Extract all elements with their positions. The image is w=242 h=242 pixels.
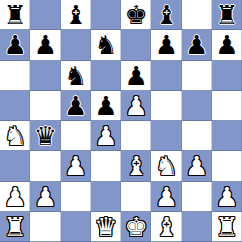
- square-b4[interactable]: ♛: [30, 121, 60, 151]
- square-e1[interactable]: ♚: [121, 212, 151, 242]
- piece-white-pawn[interactable]: ♟: [64, 151, 87, 181]
- square-f6[interactable]: [151, 61, 181, 91]
- square-a4[interactable]: ♞: [0, 121, 30, 151]
- square-g7[interactable]: ♟: [182, 30, 212, 60]
- square-c6[interactable]: ♞: [61, 61, 91, 91]
- square-b7[interactable]: ♟: [30, 30, 60, 60]
- square-g5[interactable]: [182, 91, 212, 121]
- square-b6[interactable]: [30, 61, 60, 91]
- piece-black-knight[interactable]: ♞: [64, 61, 87, 91]
- square-b2[interactable]: ♟: [30, 182, 60, 212]
- square-h6[interactable]: [212, 61, 242, 91]
- square-h7[interactable]: ♟: [212, 30, 242, 60]
- square-g3[interactable]: ♟: [182, 151, 212, 181]
- piece-white-pawn[interactable]: ♟: [185, 151, 208, 181]
- square-a5[interactable]: [0, 91, 30, 121]
- piece-black-pawn[interactable]: ♟: [3, 30, 26, 60]
- piece-black-pawn[interactable]: ♟: [34, 30, 57, 60]
- piece-white-pawn[interactable]: ♟: [124, 91, 147, 121]
- square-b3[interactable]: [30, 151, 60, 181]
- square-d3[interactable]: [91, 151, 121, 181]
- square-e4[interactable]: [121, 121, 151, 151]
- square-a2[interactable]: ♟: [0, 182, 30, 212]
- square-h3[interactable]: [212, 151, 242, 181]
- piece-white-pawn[interactable]: ♟: [3, 182, 26, 212]
- piece-black-pawn[interactable]: ♟: [124, 61, 147, 91]
- square-f4[interactable]: [151, 121, 181, 151]
- piece-black-bishop[interactable]: ♝: [155, 0, 178, 30]
- piece-white-pawn[interactable]: ♟: [155, 182, 178, 212]
- piece-black-pawn[interactable]: ♟: [64, 91, 87, 121]
- square-h5[interactable]: [212, 91, 242, 121]
- square-f2[interactable]: ♟: [151, 182, 181, 212]
- piece-white-knight[interactable]: ♞: [155, 151, 178, 181]
- square-d6[interactable]: [91, 61, 121, 91]
- square-b5[interactable]: [30, 91, 60, 121]
- square-b1[interactable]: [30, 212, 60, 242]
- square-h2[interactable]: ♟: [212, 182, 242, 212]
- piece-black-king[interactable]: ♚: [124, 0, 147, 30]
- square-f3[interactable]: ♞: [151, 151, 181, 181]
- square-a1[interactable]: ♜: [0, 212, 30, 242]
- square-d1[interactable]: ♛: [91, 212, 121, 242]
- square-d7[interactable]: ♞: [91, 30, 121, 60]
- piece-black-bishop[interactable]: ♝: [64, 0, 87, 30]
- square-h1[interactable]: ♜: [212, 212, 242, 242]
- piece-white-bishop[interactable]: ♝: [155, 212, 178, 242]
- piece-black-queen[interactable]: ♛: [34, 121, 57, 151]
- square-e7[interactable]: [121, 30, 151, 60]
- square-e3[interactable]: ♝: [121, 151, 151, 181]
- piece-black-pawn[interactable]: ♟: [185, 30, 208, 60]
- square-d5[interactable]: ♟: [91, 91, 121, 121]
- piece-black-pawn[interactable]: ♟: [215, 30, 238, 60]
- square-g8[interactable]: [182, 0, 212, 30]
- piece-white-queen[interactable]: ♛: [94, 212, 117, 242]
- square-b8[interactable]: [30, 0, 60, 30]
- piece-white-pawn[interactable]: ♟: [94, 121, 117, 151]
- piece-black-pawn[interactable]: ♟: [155, 30, 178, 60]
- piece-black-rook[interactable]: ♜: [3, 0, 26, 30]
- piece-white-knight[interactable]: ♞: [3, 121, 26, 151]
- piece-white-rook[interactable]: ♜: [215, 212, 238, 242]
- chess-board: ♜♝♚♝♜♟♟♞♟♟♟♞♟♟♟♟♞♛♟♟♝♞♟♟♟♟♟♜♛♚♝♜: [0, 0, 242, 242]
- square-h4[interactable]: [212, 121, 242, 151]
- square-a3[interactable]: [0, 151, 30, 181]
- square-c8[interactable]: ♝: [61, 0, 91, 30]
- square-d8[interactable]: [91, 0, 121, 30]
- piece-white-bishop[interactable]: ♝: [124, 151, 147, 181]
- piece-white-king[interactable]: ♚: [124, 212, 147, 242]
- piece-black-pawn[interactable]: ♟: [94, 91, 117, 121]
- square-f7[interactable]: ♟: [151, 30, 181, 60]
- square-g1[interactable]: [182, 212, 212, 242]
- chess-board-wrapper: ♜♝♚♝♜♟♟♞♟♟♟♞♟♟♟♟♞♛♟♟♝♞♟♟♟♟♟♜♛♚♝♜: [0, 0, 242, 242]
- square-h8[interactable]: ♜: [212, 0, 242, 30]
- square-g2[interactable]: [182, 182, 212, 212]
- square-e5[interactable]: ♟: [121, 91, 151, 121]
- piece-white-pawn[interactable]: ♟: [34, 182, 57, 212]
- square-c2[interactable]: [61, 182, 91, 212]
- piece-white-pawn[interactable]: ♟: [215, 182, 238, 212]
- square-f8[interactable]: ♝: [151, 0, 181, 30]
- square-c4[interactable]: [61, 121, 91, 151]
- square-e8[interactable]: ♚: [121, 0, 151, 30]
- square-d2[interactable]: [91, 182, 121, 212]
- piece-black-rook[interactable]: ♜: [215, 0, 238, 30]
- square-d4[interactable]: ♟: [91, 121, 121, 151]
- square-e2[interactable]: [121, 182, 151, 212]
- square-f1[interactable]: ♝: [151, 212, 181, 242]
- square-a8[interactable]: ♜: [0, 0, 30, 30]
- square-c5[interactable]: ♟: [61, 91, 91, 121]
- square-c1[interactable]: [61, 212, 91, 242]
- square-g6[interactable]: [182, 61, 212, 91]
- square-a6[interactable]: [0, 61, 30, 91]
- square-g4[interactable]: [182, 121, 212, 151]
- square-c7[interactable]: [61, 30, 91, 60]
- square-f5[interactable]: [151, 91, 181, 121]
- piece-black-knight[interactable]: ♞: [94, 30, 117, 60]
- square-e6[interactable]: ♟: [121, 61, 151, 91]
- square-c3[interactable]: ♟: [61, 151, 91, 181]
- piece-white-rook[interactable]: ♜: [3, 212, 26, 242]
- square-a7[interactable]: ♟: [0, 30, 30, 60]
